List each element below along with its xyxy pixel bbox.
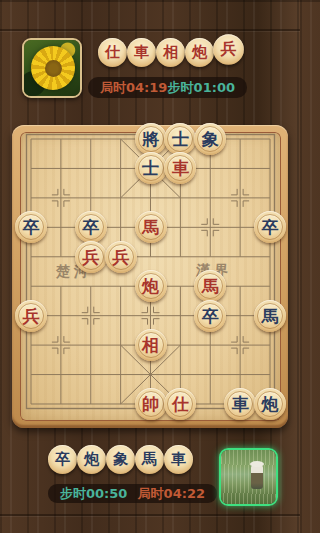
fisherman-hat <box>250 461 264 467</box>
piece-black-象[interactable]: 象 <box>194 123 226 155</box>
opponent-game-time: 局时04:19 <box>100 79 167 97</box>
board-pieces: 將士象士車卒卒馬卒兵兵炮馬兵卒馬相帥仕車炮 <box>12 125 288 428</box>
captured-piece-車: 車 <box>164 445 193 474</box>
player-move-time: 步时00:50 <box>60 485 127 503</box>
fisherman-figure <box>251 465 263 489</box>
piece-black-士[interactable]: 士 <box>164 123 196 155</box>
piece-red-馬[interactable]: 馬 <box>194 270 226 302</box>
game-board[interactable]: 楚河 漢界 將士象士車卒卒馬卒兵兵炮馬兵卒馬相帥仕車炮 <box>12 125 288 428</box>
opponent-captured-tray: 仕車相炮兵 <box>98 38 243 67</box>
captured-piece-相: 相 <box>156 38 185 67</box>
captured-piece-炮: 炮 <box>185 38 214 67</box>
opponent-timer-bar: 局时04:19 步时01:00 <box>88 77 247 98</box>
xiangqi-game-screen: { "game": "Chinese Chess (Xiangqi)", "po… <box>0 0 300 533</box>
captured-piece-象: 象 <box>106 445 135 474</box>
captured-piece-馬: 馬 <box>135 445 164 474</box>
opponent-move-time: 步时01:00 <box>168 79 235 97</box>
piece-black-卒[interactable]: 卒 <box>15 211 47 243</box>
opponent-avatar[interactable] <box>22 38 82 98</box>
player-captured-tray: 卒炮象馬車 <box>48 445 193 474</box>
captured-piece-炮: 炮 <box>77 445 106 474</box>
player-timer-bar: 步时00:50 局时04:22 <box>48 484 217 503</box>
piece-red-帥[interactable]: 帥 <box>135 388 167 420</box>
piece-red-兵[interactable]: 兵 <box>75 241 107 273</box>
captured-piece-卒: 卒 <box>48 445 77 474</box>
piece-red-仕[interactable]: 仕 <box>164 388 196 420</box>
piece-black-馬[interactable]: 馬 <box>254 300 286 332</box>
wood-plank-seam <box>0 514 300 516</box>
piece-red-兵[interactable]: 兵 <box>105 241 137 273</box>
piece-red-炮[interactable]: 炮 <box>135 270 167 302</box>
sunflower-center <box>45 60 62 77</box>
piece-red-兵[interactable]: 兵 <box>15 300 47 332</box>
captured-piece-車: 車 <box>127 38 156 67</box>
piece-red-車[interactable]: 車 <box>164 152 196 184</box>
piece-black-將[interactable]: 將 <box>135 123 167 155</box>
captured-piece-仕: 仕 <box>98 38 127 67</box>
piece-red-相[interactable]: 相 <box>135 329 167 361</box>
piece-black-卒[interactable]: 卒 <box>75 211 107 243</box>
piece-black-炮[interactable]: 炮 <box>254 388 286 420</box>
fisherman-avatar-photo <box>221 450 276 504</box>
wood-plank-seam <box>0 29 300 31</box>
player-game-time: 局时04:22 <box>138 485 205 503</box>
piece-black-卒[interactable]: 卒 <box>194 300 226 332</box>
piece-black-車[interactable]: 車 <box>224 388 256 420</box>
captured-piece-兵: 兵 <box>213 34 244 65</box>
piece-black-士[interactable]: 士 <box>135 152 167 184</box>
piece-red-馬[interactable]: 馬 <box>135 211 167 243</box>
piece-black-卒[interactable]: 卒 <box>254 211 286 243</box>
player-avatar[interactable] <box>219 448 278 506</box>
